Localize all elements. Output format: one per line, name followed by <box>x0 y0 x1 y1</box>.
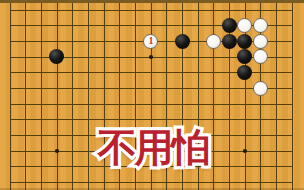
black-stone <box>175 34 190 49</box>
white-stone <box>237 18 252 33</box>
black-stone <box>49 49 64 64</box>
caption-text: 不用怕 <box>98 128 209 167</box>
white-stone <box>253 49 268 64</box>
star-point <box>55 149 59 153</box>
white-stone <box>253 18 268 33</box>
black-stone <box>222 18 237 33</box>
top-edge-band <box>0 0 304 3</box>
white-stone: 1 <box>143 34 158 49</box>
white-stone <box>253 34 268 49</box>
move-number-label: 1 <box>148 36 153 46</box>
white-stone <box>253 81 268 96</box>
white-stone <box>206 34 221 49</box>
bottom-edge-shade <box>0 188 304 190</box>
black-stone <box>237 49 252 64</box>
star-point <box>149 55 153 59</box>
black-stone <box>237 65 252 80</box>
go-board-screenshot: 1 不用怕 <box>0 0 304 190</box>
black-stone <box>222 34 237 49</box>
black-stone <box>237 34 252 49</box>
star-point <box>243 149 247 153</box>
